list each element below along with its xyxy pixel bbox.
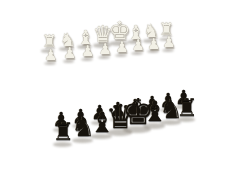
pieces-layer: ♜♞♝♛♚♝♞♜♟♟♟♟♟♟♟♟♟♟♟♟♟♟♟♟♜♞♝♛♚♝♞♜ [0, 0, 240, 180]
piece-white-pawn[interactable]: ♟ [61, 46, 79, 61]
chess-set-photo: abcdefgh 12345678 ♜♞♝♛♚♝♞♜♟♟♟♟♟♟♟♟♟♟♟♟♟♟… [0, 0, 240, 180]
piece-white-pawn[interactable]: ♟ [42, 48, 60, 63]
piece-black-rook[interactable]: ♜ [172, 96, 201, 120]
piece-white-pawn[interactable]: ♟ [79, 44, 97, 59]
piece-white-pawn[interactable]: ♟ [96, 42, 114, 57]
piece-white-pawn[interactable]: ♟ [160, 35, 178, 50]
photo-wrapper: abcdefgh 12345678 ♜♞♝♛♚♝♞♜♟♟♟♟♟♟♟♟♟♟♟♟♟♟… [0, 0, 240, 180]
